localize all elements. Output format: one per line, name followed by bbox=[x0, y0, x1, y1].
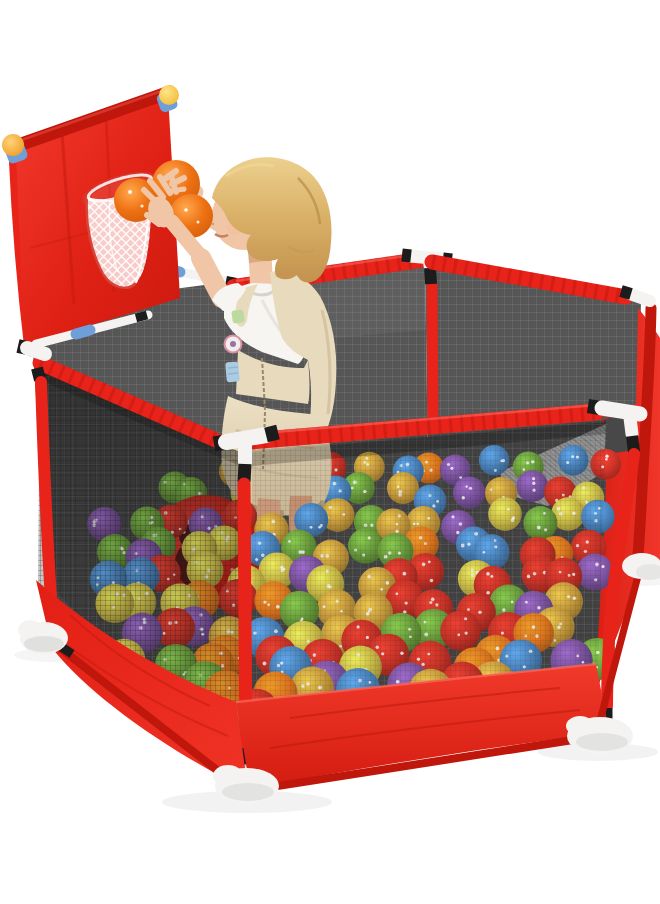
overalls-patch-blue bbox=[225, 361, 240, 382]
corner-ball-left bbox=[2, 134, 24, 156]
corner-ball-right bbox=[159, 85, 179, 105]
product-photo bbox=[0, 0, 660, 904]
rear-post-center bbox=[432, 286, 433, 424]
overalls-patch-green bbox=[231, 309, 245, 324]
